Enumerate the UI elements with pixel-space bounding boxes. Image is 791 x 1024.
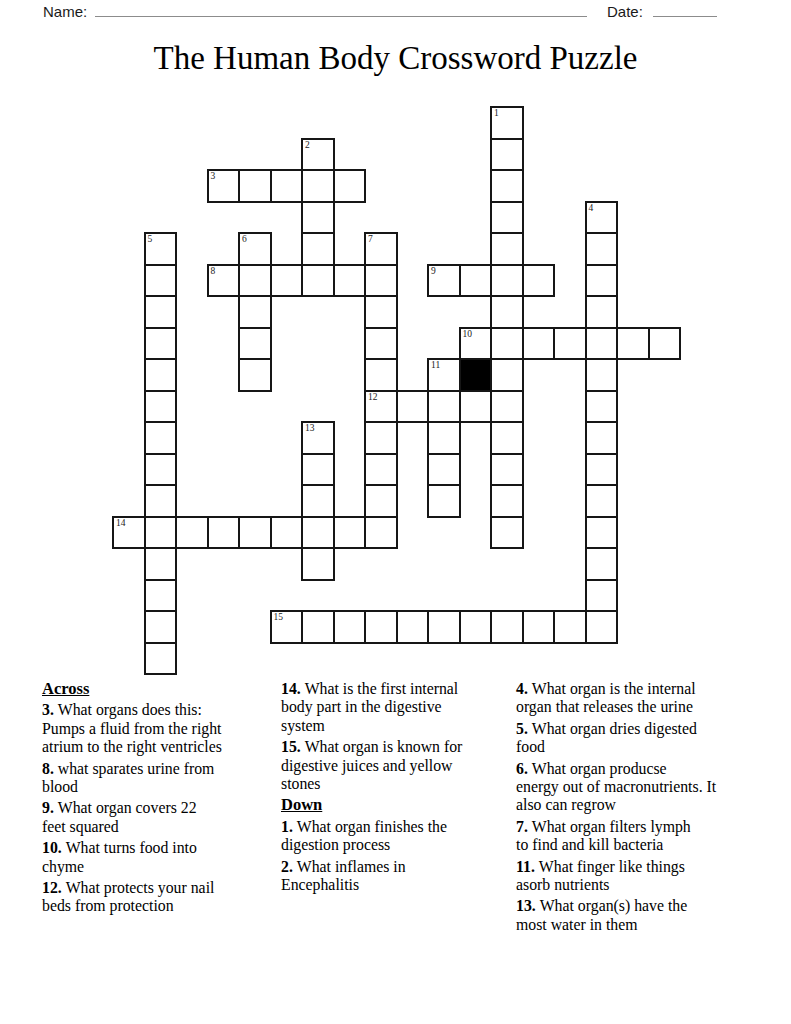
clue-7-down: 7. What organ filters lymph to find and … xyxy=(516,818,751,855)
cell-r5c6[interactable] xyxy=(301,264,335,298)
cell-r16c1[interactable] xyxy=(144,610,178,644)
cell-r11c6[interactable] xyxy=(301,453,335,487)
cell-r4c1[interactable]: 5 xyxy=(144,232,178,266)
cell-r6c15[interactable] xyxy=(585,295,619,329)
cell-r10c12[interactable] xyxy=(490,421,524,455)
down-header: Down xyxy=(281,796,516,814)
clue-number-8: 8 xyxy=(211,266,216,277)
cell-r16c15[interactable] xyxy=(585,610,619,644)
cell-r4c4[interactable]: 6 xyxy=(238,232,272,266)
cell-r11c1[interactable] xyxy=(144,453,178,487)
clue-number-4: 4 xyxy=(589,203,594,214)
clue-number-label: 11. xyxy=(516,858,539,875)
clue-number-15: 15 xyxy=(274,612,284,623)
clue-number-10: 10 xyxy=(463,329,473,340)
cell-r11c10[interactable] xyxy=(427,453,461,487)
cell-r17c1[interactable] xyxy=(144,642,178,676)
cell-r5c15[interactable] xyxy=(585,264,619,298)
cell-r9c10[interactable] xyxy=(427,390,461,424)
clue-number-7: 7 xyxy=(368,234,373,245)
cell-r10c1[interactable] xyxy=(144,421,178,455)
cell-r3c6[interactable] xyxy=(301,201,335,235)
clue-number-label: 1. xyxy=(281,818,297,835)
cell-r16c9[interactable] xyxy=(396,610,430,644)
cell-r5c8[interactable] xyxy=(364,264,398,298)
cell-r12c6[interactable] xyxy=(301,484,335,518)
cell-r16c6[interactable] xyxy=(301,610,335,644)
across-header: Across xyxy=(42,680,277,698)
cell-r4c8[interactable]: 7 xyxy=(364,232,398,266)
cell-r11c12[interactable] xyxy=(490,453,524,487)
cell-r11c15[interactable] xyxy=(585,453,619,487)
clue-8-across: 8. what sparates urine from blood xyxy=(42,760,277,797)
name-input-line[interactable] xyxy=(95,16,587,17)
cell-r13c5[interactable] xyxy=(270,516,304,550)
clue-10-across: 10. What turns food into chyme xyxy=(42,839,277,876)
cell-r2c7[interactable] xyxy=(333,169,367,203)
clue-number-label: 7. xyxy=(516,818,532,835)
clue-number-3: 3 xyxy=(211,171,216,182)
cell-r14c1[interactable] xyxy=(144,547,178,581)
clue-text: What organ finishes the digestion proces… xyxy=(281,818,447,853)
clues-column-middle: 14. What is the first internal body part… xyxy=(281,680,516,897)
cell-r13c0[interactable]: 14 xyxy=(112,516,146,550)
cell-r9c8[interactable]: 12 xyxy=(364,390,398,424)
cell-r5c3[interactable]: 8 xyxy=(207,264,241,298)
clue-11-down: 11. What finger like things asorb nutrie… xyxy=(516,858,751,895)
cell-r12c8[interactable] xyxy=(364,484,398,518)
clue-5-down: 5. What organ dries digested food xyxy=(516,720,751,757)
cell-r4c12[interactable] xyxy=(490,232,524,266)
cell-r7c1[interactable] xyxy=(144,327,178,361)
cell-r5c12[interactable] xyxy=(490,264,524,298)
cell-r7c11[interactable]: 10 xyxy=(459,327,493,361)
cell-r16c12[interactable] xyxy=(490,610,524,644)
cell-r16c11[interactable] xyxy=(459,610,493,644)
cell-r14c6[interactable] xyxy=(301,547,335,581)
clue-number-2: 2 xyxy=(305,140,310,151)
clue-number-6: 6 xyxy=(242,234,247,245)
cell-r16c5[interactable]: 15 xyxy=(270,610,304,644)
clue-text: What organ(s) have the most water in the… xyxy=(516,897,687,932)
clue-text: What organ filters lymph to find and kil… xyxy=(516,818,691,853)
cell-r11c8[interactable] xyxy=(364,453,398,487)
clue-number-14: 14 xyxy=(116,518,126,529)
clue-text: What organ covers 22 feet squared xyxy=(42,799,197,834)
clue-3-across: 3. What organs does this: Pumps a fluid … xyxy=(42,701,277,756)
clue-text: What protects your nail beds from protec… xyxy=(42,879,214,914)
cell-r13c8[interactable] xyxy=(364,516,398,550)
cell-r1c12[interactable] xyxy=(490,138,524,172)
cell-r2c4[interactable] xyxy=(238,169,272,203)
cell-r3c12[interactable] xyxy=(490,201,524,235)
cell-r5c5[interactable] xyxy=(270,264,304,298)
cell-r16c7[interactable] xyxy=(333,610,367,644)
cell-r7c16[interactable] xyxy=(616,327,650,361)
cell-r15c1[interactable] xyxy=(144,579,178,613)
clue-14-across: 14. What is the first internal body part… xyxy=(281,680,516,735)
cell-r9c1[interactable] xyxy=(144,390,178,424)
cell-r15c15[interactable] xyxy=(585,579,619,613)
cell-r1c6[interactable]: 2 xyxy=(301,138,335,172)
cell-r12c15[interactable] xyxy=(585,484,619,518)
cell-r9c12[interactable] xyxy=(490,390,524,424)
clue-text: What turns food into chyme xyxy=(42,839,197,874)
clue-number-1: 1 xyxy=(494,108,499,119)
cell-r6c8[interactable] xyxy=(364,295,398,329)
cell-r8c15[interactable] xyxy=(585,358,619,392)
cell-r16c10[interactable] xyxy=(427,610,461,644)
cell-r2c12[interactable] xyxy=(490,169,524,203)
clue-number-12: 12 xyxy=(368,392,378,403)
clues-column-left: Across3. What organs does this: Pumps a … xyxy=(42,680,277,919)
clue-number-label: 9. xyxy=(42,799,58,816)
clue-text: What inflames in Encephalitis xyxy=(281,858,406,893)
cell-r10c6[interactable]: 13 xyxy=(301,421,335,455)
clue-text: What organ producse energy out of macron… xyxy=(516,760,716,814)
cell-r13c2[interactable] xyxy=(175,516,209,550)
clue-6-down: 6. What organ producse energy out of mac… xyxy=(516,760,751,815)
clue-number-label: 5. xyxy=(516,720,532,737)
cell-r9c11[interactable] xyxy=(459,390,493,424)
cell-r8c10[interactable]: 11 xyxy=(427,358,461,392)
cell-r16c14[interactable] xyxy=(553,610,587,644)
clue-number-label: 8. xyxy=(42,760,58,777)
cell-r6c1[interactable] xyxy=(144,295,178,329)
black-cell xyxy=(459,358,493,392)
clue-13-down: 13. What organ(s) have the most water in… xyxy=(516,897,751,934)
clue-text: What organ is the internal organ that re… xyxy=(516,680,696,715)
clue-number-label: 2. xyxy=(281,858,297,875)
cell-r16c13[interactable] xyxy=(522,610,556,644)
cell-r10c10[interactable] xyxy=(427,421,461,455)
clue-4-down: 4. What organ is the internal organ that… xyxy=(516,680,751,717)
cell-r5c10[interactable]: 9 xyxy=(427,264,461,298)
clue-2-down: 2. What inflames in Encephalitis xyxy=(281,858,516,895)
cell-r14c15[interactable] xyxy=(585,547,619,581)
cell-r5c4[interactable] xyxy=(238,264,272,298)
cell-r7c8[interactable] xyxy=(364,327,398,361)
clue-number-label: 14. xyxy=(281,680,305,697)
cell-r13c4[interactable] xyxy=(238,516,272,550)
cell-r2c6[interactable] xyxy=(301,169,335,203)
cell-r5c11[interactable] xyxy=(459,264,493,298)
worksheet: { "game": "crossword", "puzzle_title": "… xyxy=(0,0,791,1024)
clue-15-across: 15. What organ is known for digestive ju… xyxy=(281,738,516,793)
cell-r7c15[interactable] xyxy=(585,327,619,361)
name-label: Name: xyxy=(43,3,87,20)
clue-number-13: 13 xyxy=(305,423,315,434)
cell-r7c14[interactable] xyxy=(553,327,587,361)
cell-r8c1[interactable] xyxy=(144,358,178,392)
date-label: Date: xyxy=(607,3,643,20)
cell-r13c7[interactable] xyxy=(333,516,367,550)
cell-r2c5[interactable] xyxy=(270,169,304,203)
clue-text: What organs does this: Pumps a fluid fro… xyxy=(42,701,222,755)
cell-r7c13[interactable] xyxy=(522,327,556,361)
cell-r7c17[interactable] xyxy=(648,327,682,361)
cell-r7c4[interactable] xyxy=(238,327,272,361)
clue-number-9: 9 xyxy=(431,266,436,277)
cell-r13c12[interactable] xyxy=(490,516,524,550)
cell-r8c8[interactable] xyxy=(364,358,398,392)
cell-r12c1[interactable] xyxy=(144,484,178,518)
crossword-grid: 123456789101112131415 xyxy=(112,106,681,675)
cell-r6c4[interactable] xyxy=(238,295,272,329)
cell-r13c15[interactable] xyxy=(585,516,619,550)
clue-text: What organ dries digested food xyxy=(516,720,697,755)
clue-number-11: 11 xyxy=(431,360,440,371)
clue-number-label: 4. xyxy=(516,680,532,697)
cell-r13c3[interactable] xyxy=(207,516,241,550)
clue-9-across: 9. What organ covers 22 feet squared xyxy=(42,799,277,836)
clue-text: What is the first internal body part in … xyxy=(281,680,458,734)
clues-column-right: 4. What organ is the internal organ that… xyxy=(516,680,751,937)
clue-1-down: 1. What organ finishes the digestion pro… xyxy=(281,818,516,855)
cell-r10c15[interactable] xyxy=(585,421,619,455)
cell-r8c4[interactable] xyxy=(238,358,272,392)
cell-r7c12[interactable] xyxy=(490,327,524,361)
cell-r12c12[interactable] xyxy=(490,484,524,518)
cell-r5c1[interactable] xyxy=(144,264,178,298)
clue-number-label: 13. xyxy=(516,897,540,914)
puzzle-title: The Human Body Crossword Puzzle xyxy=(0,40,791,77)
cell-r13c6[interactable] xyxy=(301,516,335,550)
clue-text: what sparates urine from blood xyxy=(42,760,214,795)
cell-r6c12[interactable] xyxy=(490,295,524,329)
clue-number-label: 15. xyxy=(281,738,305,755)
clue-number-label: 12. xyxy=(42,879,66,896)
cell-r16c8[interactable] xyxy=(364,610,398,644)
clue-text: What finger like things asorb nutrients xyxy=(516,858,685,893)
clue-number-label: 3. xyxy=(42,701,58,718)
cell-r4c6[interactable] xyxy=(301,232,335,266)
cell-r8c12[interactable] xyxy=(490,358,524,392)
clue-number-label: 10. xyxy=(42,839,66,856)
cell-r5c13[interactable] xyxy=(522,264,556,298)
clue-12-across: 12. What protects your nail beds from pr… xyxy=(42,879,277,916)
clue-text: What organ is known for digestive juices… xyxy=(281,738,462,792)
cell-r3c15[interactable]: 4 xyxy=(585,201,619,235)
clue-number-label: 6. xyxy=(516,760,532,777)
cell-r10c8[interactable] xyxy=(364,421,398,455)
date-input-line[interactable] xyxy=(653,16,717,17)
clue-number-5: 5 xyxy=(148,234,153,245)
cell-r4c15[interactable] xyxy=(585,232,619,266)
cell-r9c15[interactable] xyxy=(585,390,619,424)
cell-r13c1[interactable] xyxy=(144,516,178,550)
cell-r0c12[interactable]: 1 xyxy=(490,106,524,140)
cell-r9c9[interactable] xyxy=(396,390,430,424)
cell-r5c7[interactable] xyxy=(333,264,367,298)
cell-r12c10[interactable] xyxy=(427,484,461,518)
cell-r2c3[interactable]: 3 xyxy=(207,169,241,203)
